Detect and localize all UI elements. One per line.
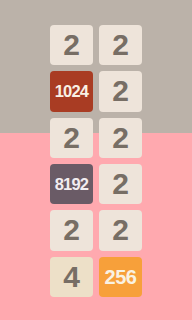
tile-2: 2 — [50, 210, 93, 250]
tile-256: 256 — [99, 257, 142, 297]
tile-2: 2 — [99, 118, 142, 158]
tile-2: 2 — [99, 71, 142, 111]
game-screen: 22102422281922224256 — [0, 0, 192, 320]
tile-2: 2 — [50, 118, 93, 158]
board-2048[interactable]: 22102422281922224256 — [50, 25, 142, 297]
tile-4: 4 — [50, 257, 93, 297]
tile-2: 2 — [99, 210, 142, 250]
tile-2: 2 — [99, 25, 142, 65]
tile-8192: 8192 — [50, 164, 93, 204]
tile-2: 2 — [50, 25, 93, 65]
tile-1024: 1024 — [50, 71, 93, 111]
tile-2: 2 — [99, 164, 142, 204]
